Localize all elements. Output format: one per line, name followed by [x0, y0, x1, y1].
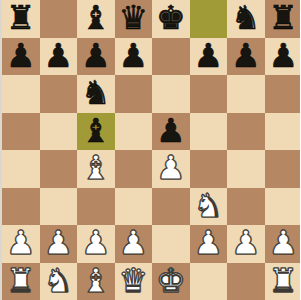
piece-black-rook[interactable]: ♜ [6, 0, 36, 37]
square-d4[interactable] [115, 150, 153, 188]
piece-black-pawn[interactable]: ♟ [43, 37, 73, 75]
square-f1[interactable] [190, 263, 228, 300]
square-a4[interactable] [2, 150, 40, 188]
square-e2[interactable] [152, 225, 190, 263]
piece-black-bishop[interactable]: ♝ [81, 0, 111, 37]
piece-white-queen[interactable]: ♛ [118, 262, 148, 300]
piece-white-pawn[interactable]: ♟ [193, 224, 223, 262]
piece-black-king[interactable]: ♚ [156, 0, 186, 37]
piece-black-knight[interactable]: ♞ [231, 0, 261, 37]
square-c3[interactable] [77, 188, 115, 226]
square-a1[interactable]: ♜ [2, 263, 40, 300]
square-h7[interactable]: ♟ [265, 38, 301, 76]
piece-black-queen[interactable]: ♛ [118, 0, 148, 37]
piece-white-pawn[interactable]: ♟ [231, 224, 261, 262]
square-a6[interactable] [2, 75, 40, 113]
piece-white-rook[interactable]: ♜ [6, 262, 36, 300]
square-c1[interactable]: ♝ [77, 263, 115, 300]
piece-black-pawn[interactable]: ♟ [81, 37, 111, 75]
square-g6[interactable] [227, 75, 265, 113]
square-d5[interactable] [115, 113, 153, 151]
piece-black-knight[interactable]: ♞ [81, 74, 111, 112]
square-d7[interactable]: ♟ [115, 38, 153, 76]
piece-white-pawn[interactable]: ♟ [118, 224, 148, 262]
piece-black-pawn[interactable]: ♟ [6, 37, 36, 75]
square-g3[interactable] [227, 188, 265, 226]
square-f2[interactable]: ♟ [190, 225, 228, 263]
piece-black-pawn[interactable]: ♟ [193, 37, 223, 75]
square-c4[interactable]: ♝ [77, 150, 115, 188]
square-g1[interactable] [227, 263, 265, 300]
square-e5[interactable]: ♟ [152, 113, 190, 151]
square-g4[interactable] [227, 150, 265, 188]
piece-white-knight[interactable]: ♞ [193, 187, 223, 225]
square-d3[interactable] [115, 188, 153, 226]
piece-white-rook[interactable]: ♜ [268, 262, 298, 300]
piece-black-pawn[interactable]: ♟ [268, 37, 298, 75]
square-h5[interactable] [265, 113, 301, 151]
square-c5[interactable]: ♝ [77, 113, 115, 151]
square-h8[interactable]: ♜ [265, 0, 301, 38]
square-a2[interactable]: ♟ [2, 225, 40, 263]
square-e4[interactable]: ♟ [152, 150, 190, 188]
piece-white-bishop[interactable]: ♝ [81, 262, 111, 300]
square-g2[interactable]: ♟ [227, 225, 265, 263]
square-e1[interactable]: ♚ [152, 263, 190, 300]
square-g5[interactable] [227, 113, 265, 151]
square-a5[interactable] [2, 113, 40, 151]
square-f5[interactable] [190, 113, 228, 151]
square-b4[interactable] [40, 150, 78, 188]
piece-black-pawn[interactable]: ♟ [231, 37, 261, 75]
square-e8[interactable]: ♚ [152, 0, 190, 38]
square-f7[interactable]: ♟ [190, 38, 228, 76]
square-c2[interactable]: ♟ [77, 225, 115, 263]
piece-white-pawn[interactable]: ♟ [43, 224, 73, 262]
piece-white-pawn[interactable]: ♟ [268, 224, 298, 262]
square-b2[interactable]: ♟ [40, 225, 78, 263]
square-h2[interactable]: ♟ [265, 225, 301, 263]
square-d1[interactable]: ♛ [115, 263, 153, 300]
square-c8[interactable]: ♝ [77, 0, 115, 38]
piece-white-pawn[interactable]: ♟ [156, 149, 186, 187]
piece-black-pawn[interactable]: ♟ [156, 112, 186, 150]
piece-white-king[interactable]: ♚ [156, 262, 186, 300]
square-c6[interactable]: ♞ [77, 75, 115, 113]
square-e6[interactable] [152, 75, 190, 113]
piece-black-rook[interactable]: ♜ [268, 0, 298, 37]
square-c7[interactable]: ♟ [77, 38, 115, 76]
square-f8[interactable] [190, 0, 228, 38]
square-e3[interactable] [152, 188, 190, 226]
piece-white-bishop[interactable]: ♝ [81, 149, 111, 187]
square-b7[interactable]: ♟ [40, 38, 78, 76]
square-f4[interactable] [190, 150, 228, 188]
square-h4[interactable] [265, 150, 301, 188]
piece-black-bishop[interactable]: ♝ [81, 112, 111, 150]
square-a3[interactable] [2, 188, 40, 226]
square-d2[interactable]: ♟ [115, 225, 153, 263]
square-a8[interactable]: ♜ [2, 0, 40, 38]
piece-white-pawn[interactable]: ♟ [6, 224, 36, 262]
square-e7[interactable] [152, 38, 190, 76]
chess-app-viewport: ♜♝♛♚♞♜♟♟♟♟♟♟♟♞♝♟♝♟♞♟♟♟♟♟♟♟♜♞♝♛♚♜ [0, 0, 300, 300]
square-h1[interactable]: ♜ [265, 263, 301, 300]
square-b3[interactable] [40, 188, 78, 226]
piece-white-pawn[interactable]: ♟ [81, 224, 111, 262]
square-b5[interactable] [40, 113, 78, 151]
square-g7[interactable]: ♟ [227, 38, 265, 76]
square-d6[interactable] [115, 75, 153, 113]
square-b8[interactable] [40, 0, 78, 38]
piece-black-pawn[interactable]: ♟ [118, 37, 148, 75]
square-f6[interactable] [190, 75, 228, 113]
square-g8[interactable]: ♞ [227, 0, 265, 38]
piece-white-knight[interactable]: ♞ [43, 262, 73, 300]
square-a7[interactable]: ♟ [2, 38, 40, 76]
square-f3[interactable]: ♞ [190, 188, 228, 226]
square-b6[interactable] [40, 75, 78, 113]
chess-board: ♜♝♛♚♞♜♟♟♟♟♟♟♟♞♝♟♝♟♞♟♟♟♟♟♟♟♜♞♝♛♚♜ [2, 0, 300, 300]
square-h3[interactable] [265, 188, 301, 226]
square-h6[interactable] [265, 75, 301, 113]
square-b1[interactable]: ♞ [40, 263, 78, 300]
square-d8[interactable]: ♛ [115, 0, 153, 38]
